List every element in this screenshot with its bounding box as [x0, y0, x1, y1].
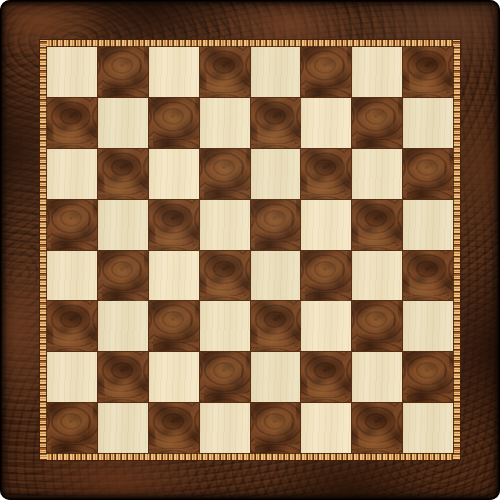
- square-e4[interactable]: [251, 251, 301, 301]
- square-a3[interactable]: [47, 301, 97, 351]
- square-d1[interactable]: [200, 403, 250, 453]
- square-e6[interactable]: [251, 149, 301, 199]
- square-c2[interactable]: [149, 352, 199, 402]
- square-b3[interactable]: [98, 301, 148, 351]
- square-d5[interactable]: [200, 200, 250, 250]
- square-g5[interactable]: [352, 200, 402, 250]
- square-a1[interactable]: [47, 403, 97, 453]
- square-b5[interactable]: [98, 200, 148, 250]
- square-f8[interactable]: [301, 47, 351, 97]
- chessboard: [0, 0, 500, 500]
- square-g4[interactable]: [352, 251, 402, 301]
- square-g2[interactable]: [352, 352, 402, 402]
- square-c1[interactable]: [149, 403, 199, 453]
- square-e2[interactable]: [251, 352, 301, 402]
- square-g6[interactable]: [352, 149, 402, 199]
- square-f6[interactable]: [301, 149, 351, 199]
- square-b1[interactable]: [98, 403, 148, 453]
- square-g7[interactable]: [352, 98, 402, 148]
- square-d3[interactable]: [200, 301, 250, 351]
- square-h4[interactable]: [403, 251, 453, 301]
- square-d2[interactable]: [200, 352, 250, 402]
- square-b7[interactable]: [98, 98, 148, 148]
- square-d7[interactable]: [200, 98, 250, 148]
- square-f1[interactable]: [301, 403, 351, 453]
- square-e3[interactable]: [251, 301, 301, 351]
- inlay-strip-bottom: [40, 453, 460, 460]
- square-a4[interactable]: [47, 251, 97, 301]
- square-b4[interactable]: [98, 251, 148, 301]
- square-e1[interactable]: [251, 403, 301, 453]
- square-h1[interactable]: [403, 403, 453, 453]
- square-a5[interactable]: [47, 200, 97, 250]
- product-photo: [0, 0, 500, 500]
- square-h3[interactable]: [403, 301, 453, 351]
- square-d6[interactable]: [200, 149, 250, 199]
- square-c3[interactable]: [149, 301, 199, 351]
- square-h2[interactable]: [403, 352, 453, 402]
- square-c6[interactable]: [149, 149, 199, 199]
- square-b6[interactable]: [98, 149, 148, 199]
- square-b8[interactable]: [98, 47, 148, 97]
- square-g8[interactable]: [352, 47, 402, 97]
- square-b2[interactable]: [98, 352, 148, 402]
- playing-field: [47, 47, 453, 453]
- square-e8[interactable]: [251, 47, 301, 97]
- square-c4[interactable]: [149, 251, 199, 301]
- square-g1[interactable]: [352, 403, 402, 453]
- square-h6[interactable]: [403, 149, 453, 199]
- square-f3[interactable]: [301, 301, 351, 351]
- inlay-strip-top: [40, 40, 460, 47]
- inlay-strip-left: [40, 40, 47, 460]
- square-h7[interactable]: [403, 98, 453, 148]
- square-a7[interactable]: [47, 98, 97, 148]
- square-h8[interactable]: [403, 47, 453, 97]
- square-e5[interactable]: [251, 200, 301, 250]
- square-a2[interactable]: [47, 352, 97, 402]
- square-a6[interactable]: [47, 149, 97, 199]
- square-c7[interactable]: [149, 98, 199, 148]
- square-f4[interactable]: [301, 251, 351, 301]
- square-f7[interactable]: [301, 98, 351, 148]
- square-f2[interactable]: [301, 352, 351, 402]
- square-d4[interactable]: [200, 251, 250, 301]
- square-e7[interactable]: [251, 98, 301, 148]
- square-c5[interactable]: [149, 200, 199, 250]
- square-a8[interactable]: [47, 47, 97, 97]
- square-c8[interactable]: [149, 47, 199, 97]
- square-g3[interactable]: [352, 301, 402, 351]
- square-d8[interactable]: [200, 47, 250, 97]
- square-f5[interactable]: [301, 200, 351, 250]
- square-h5[interactable]: [403, 200, 453, 250]
- inlay-strip-right: [453, 40, 460, 460]
